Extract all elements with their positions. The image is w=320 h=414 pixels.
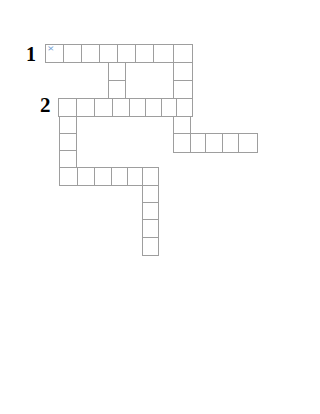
- grid-cell[interactable]: [142, 237, 159, 256]
- grid-cell[interactable]: [59, 116, 77, 134]
- grid-cell[interactable]: [173, 62, 193, 81]
- grid-cell[interactable]: [173, 133, 191, 153]
- grid-cell[interactable]: [99, 44, 118, 63]
- crossword-page: ✕ 12: [0, 0, 320, 414]
- grid-cell[interactable]: [142, 185, 159, 203]
- grid-cell[interactable]: [161, 98, 177, 117]
- grid-cell[interactable]: [153, 44, 174, 63]
- grid-cell[interactable]: [173, 44, 193, 63]
- grid-cell[interactable]: [63, 44, 82, 63]
- grid-cell[interactable]: [145, 98, 162, 117]
- grid-cell[interactable]: [77, 167, 95, 186]
- grid-cell[interactable]: [58, 98, 77, 117]
- grid-cell[interactable]: [142, 219, 159, 238]
- crossword-board: [0, 0, 320, 414]
- grid-cell[interactable]: [142, 167, 159, 186]
- grid-cell[interactable]: [173, 80, 193, 99]
- grid-cell[interactable]: [176, 98, 193, 117]
- grid-cell[interactable]: [59, 167, 78, 186]
- grid-cell[interactable]: [238, 133, 258, 153]
- grid-cell[interactable]: [127, 167, 143, 186]
- grid-cell[interactable]: [81, 44, 100, 63]
- grid-cell[interactable]: [94, 98, 113, 117]
- grid-cell[interactable]: [222, 133, 239, 153]
- grid-cell[interactable]: [117, 44, 136, 63]
- grid-cell[interactable]: [129, 98, 146, 117]
- grid-cell[interactable]: [111, 167, 128, 186]
- grid-cell[interactable]: [173, 116, 191, 134]
- grid-cell[interactable]: [94, 167, 112, 186]
- broken-image-icon: ✕: [47, 45, 54, 52]
- grid-cell[interactable]: [76, 98, 95, 117]
- grid-cell[interactable]: [142, 202, 159, 220]
- grid-cell[interactable]: [108, 62, 126, 81]
- clue-number-2: 2: [40, 95, 51, 116]
- grid-cell[interactable]: [205, 133, 223, 153]
- grid-cell[interactable]: [108, 80, 126, 99]
- grid-cell[interactable]: [112, 98, 130, 117]
- grid-cell[interactable]: [59, 150, 77, 168]
- clue-number-1: 1: [26, 44, 36, 64]
- grid-cell[interactable]: [59, 133, 77, 151]
- grid-cell[interactable]: [190, 133, 206, 153]
- grid-cell[interactable]: [135, 44, 154, 63]
